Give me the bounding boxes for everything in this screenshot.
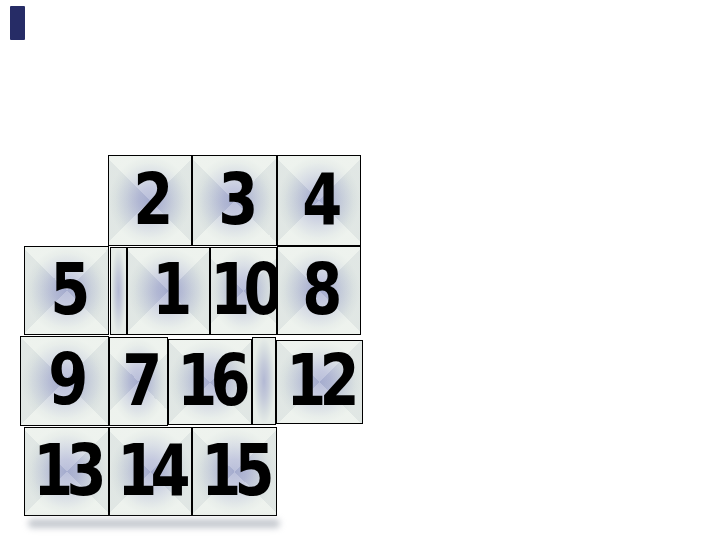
tile-12[interactable]: 12	[276, 340, 363, 424]
tile-label: 8	[302, 253, 335, 325]
slide: 23451108971612131415	[0, 0, 720, 540]
tile-label: 16	[177, 344, 243, 416]
tile-fragment	[110, 247, 127, 335]
tile-label: 7	[122, 344, 155, 416]
tile-fragment	[252, 337, 276, 425]
tile-2[interactable]: 2	[108, 155, 192, 246]
tile-16[interactable]: 16	[168, 339, 252, 425]
tile-8[interactable]: 8	[277, 246, 361, 335]
tile-label: 5	[50, 253, 83, 325]
tile-10[interactable]: 10	[210, 247, 277, 335]
tile-4[interactable]: 4	[277, 155, 361, 246]
tile-9[interactable]: 9	[20, 336, 109, 426]
tile-label: 2	[133, 163, 166, 235]
tile-label: 14	[117, 434, 183, 506]
tile-7[interactable]: 7	[109, 337, 168, 426]
tile-label: 10	[210, 253, 276, 325]
tile-3[interactable]: 3	[192, 155, 277, 246]
tile-label: 13	[33, 434, 99, 506]
tile-label: 4	[302, 163, 335, 235]
tile-label: 9	[48, 343, 81, 415]
tile-13[interactable]: 13	[24, 427, 109, 516]
tile-15[interactable]: 15	[192, 427, 277, 516]
tile-label: 15	[201, 434, 267, 506]
tile-14[interactable]: 14	[109, 427, 192, 516]
tile-shadow	[28, 519, 280, 528]
tile-5[interactable]: 5	[24, 246, 109, 335]
tile-label: 12	[286, 344, 352, 416]
tile-1[interactable]: 1	[127, 247, 210, 335]
puzzle-board: 23451108971612131415	[0, 0, 720, 540]
tile-label: 3	[218, 163, 251, 235]
tile-label: 1	[152, 253, 185, 325]
